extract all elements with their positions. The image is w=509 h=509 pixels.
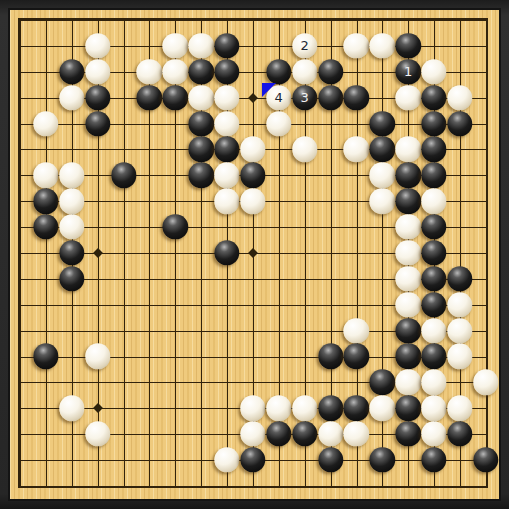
intersection-1-14[interactable]: [33, 369, 59, 395]
intersection-10-12[interactable]: [266, 318, 292, 344]
intersection-3-14[interactable]: [85, 369, 111, 395]
intersection-1-18[interactable]: [33, 473, 59, 499]
intersection-4-2[interactable]: [111, 59, 137, 85]
intersection-16-14[interactable]: [421, 369, 447, 395]
intersection-18-10[interactable]: [473, 266, 499, 292]
intersection-9-15[interactable]: [240, 395, 266, 421]
intersection-14-11[interactable]: [369, 292, 395, 318]
intersection-0-18[interactable]: [7, 473, 33, 499]
intersection-0-7[interactable]: [7, 188, 33, 214]
intersection-4-17[interactable]: [111, 447, 137, 473]
intersection-13-6[interactable]: [343, 162, 369, 188]
intersection-0-1[interactable]: [7, 33, 33, 59]
intersection-8-18[interactable]: [214, 473, 240, 499]
intersection-11-11[interactable]: [292, 292, 318, 318]
intersection-0-16[interactable]: [7, 421, 33, 447]
intersection-12-4[interactable]: [318, 111, 344, 137]
intersection-17-7[interactable]: [447, 188, 473, 214]
intersection-9-5[interactable]: [240, 136, 266, 162]
intersection-14-2[interactable]: [369, 59, 395, 85]
intersection-6-18[interactable]: [162, 473, 188, 499]
intersection-5-0[interactable]: [136, 7, 162, 33]
intersection-14-4[interactable]: [369, 111, 395, 137]
intersection-16-13[interactable]: [421, 343, 447, 369]
intersection-11-1[interactable]: 2: [292, 33, 318, 59]
intersection-5-5[interactable]: [136, 136, 162, 162]
intersection-7-5[interactable]: [188, 136, 214, 162]
intersection-3-17[interactable]: [85, 447, 111, 473]
intersection-7-16[interactable]: [188, 421, 214, 447]
intersection-0-10[interactable]: [7, 266, 33, 292]
intersection-4-12[interactable]: [111, 318, 137, 344]
intersection-10-17[interactable]: [266, 447, 292, 473]
intersection-14-10[interactable]: [369, 266, 395, 292]
intersection-4-15[interactable]: [111, 395, 137, 421]
intersection-5-17[interactable]: [136, 447, 162, 473]
intersection-18-17[interactable]: [473, 447, 499, 473]
intersection-6-5[interactable]: [162, 136, 188, 162]
intersection-11-16[interactable]: [292, 421, 318, 447]
intersection-6-0[interactable]: [162, 7, 188, 33]
intersection-8-3[interactable]: [214, 85, 240, 111]
intersection-7-15[interactable]: [188, 395, 214, 421]
intersection-16-11[interactable]: [421, 292, 447, 318]
intersection-8-9[interactable]: [214, 240, 240, 266]
intersection-5-11[interactable]: [136, 292, 162, 318]
intersection-8-1[interactable]: [214, 33, 240, 59]
intersection-9-0[interactable]: [240, 7, 266, 33]
intersection-8-4[interactable]: [214, 111, 240, 137]
intersection-4-13[interactable]: [111, 343, 137, 369]
intersection-15-3[interactable]: [395, 85, 421, 111]
board-grid[interactable]: 2143: [7, 7, 499, 499]
intersection-6-3[interactable]: [162, 85, 188, 111]
intersection-6-9[interactable]: [162, 240, 188, 266]
intersection-2-4[interactable]: [59, 111, 85, 137]
intersection-4-3[interactable]: [111, 85, 137, 111]
intersection-17-2[interactable]: [447, 59, 473, 85]
intersection-7-6[interactable]: [188, 162, 214, 188]
intersection-14-17[interactable]: [369, 447, 395, 473]
intersection-12-0[interactable]: [318, 7, 344, 33]
intersection-8-2[interactable]: [214, 59, 240, 85]
intersection-1-2[interactable]: [33, 59, 59, 85]
intersection-10-1[interactable]: [266, 33, 292, 59]
intersection-9-12[interactable]: [240, 318, 266, 344]
intersection-12-5[interactable]: [318, 136, 344, 162]
intersection-3-2[interactable]: [85, 59, 111, 85]
intersection-15-4[interactable]: [395, 111, 421, 137]
intersection-5-15[interactable]: [136, 395, 162, 421]
intersection-8-11[interactable]: [214, 292, 240, 318]
intersection-7-8[interactable]: [188, 214, 214, 240]
intersection-1-3[interactable]: [33, 85, 59, 111]
intersection-12-15[interactable]: [318, 395, 344, 421]
intersection-9-1[interactable]: [240, 33, 266, 59]
intersection-12-17[interactable]: [318, 447, 344, 473]
intersection-7-1[interactable]: [188, 33, 214, 59]
intersection-17-14[interactable]: [447, 369, 473, 395]
intersection-2-12[interactable]: [59, 318, 85, 344]
intersection-13-9[interactable]: [343, 240, 369, 266]
intersection-3-0[interactable]: [85, 7, 111, 33]
intersection-12-14[interactable]: [318, 369, 344, 395]
intersection-6-13[interactable]: [162, 343, 188, 369]
intersection-7-2[interactable]: [188, 59, 214, 85]
intersection-6-16[interactable]: [162, 421, 188, 447]
intersection-11-2[interactable]: [292, 59, 318, 85]
intersection-12-8[interactable]: [318, 214, 344, 240]
intersection-11-6[interactable]: [292, 162, 318, 188]
intersection-0-13[interactable]: [7, 343, 33, 369]
intersection-17-12[interactable]: [447, 318, 473, 344]
intersection-7-3[interactable]: [188, 85, 214, 111]
intersection-17-4[interactable]: [447, 111, 473, 137]
intersection-18-0[interactable]: [473, 7, 499, 33]
intersection-12-12[interactable]: [318, 318, 344, 344]
intersection-0-5[interactable]: [7, 136, 33, 162]
intersection-3-4[interactable]: [85, 111, 111, 137]
intersection-11-4[interactable]: [292, 111, 318, 137]
intersection-18-11[interactable]: [473, 292, 499, 318]
intersection-2-18[interactable]: [59, 473, 85, 499]
intersection-16-1[interactable]: [421, 33, 447, 59]
intersection-6-17[interactable]: [162, 447, 188, 473]
intersection-14-5[interactable]: [369, 136, 395, 162]
intersection-5-2[interactable]: [136, 59, 162, 85]
intersection-13-17[interactable]: [343, 447, 369, 473]
intersection-0-3[interactable]: [7, 85, 33, 111]
intersection-8-0[interactable]: [214, 7, 240, 33]
intersection-7-18[interactable]: [188, 473, 214, 499]
intersection-18-4[interactable]: [473, 111, 499, 137]
intersection-15-1[interactable]: [395, 33, 421, 59]
intersection-8-15[interactable]: [214, 395, 240, 421]
intersection-0-6[interactable]: [7, 162, 33, 188]
intersection-13-3[interactable]: [343, 85, 369, 111]
intersection-12-16[interactable]: [318, 421, 344, 447]
intersection-3-9[interactable]: [85, 240, 111, 266]
intersection-5-10[interactable]: [136, 266, 162, 292]
intersection-13-7[interactable]: [343, 188, 369, 214]
intersection-5-4[interactable]: [136, 111, 162, 137]
intersection-1-5[interactable]: [33, 136, 59, 162]
intersection-6-14[interactable]: [162, 369, 188, 395]
intersection-9-17[interactable]: [240, 447, 266, 473]
intersection-14-14[interactable]: [369, 369, 395, 395]
intersection-10-7[interactable]: [266, 188, 292, 214]
intersection-2-6[interactable]: [59, 162, 85, 188]
intersection-9-18[interactable]: [240, 473, 266, 499]
intersection-14-3[interactable]: [369, 85, 395, 111]
intersection-2-10[interactable]: [59, 266, 85, 292]
intersection-9-2[interactable]: [240, 59, 266, 85]
intersection-18-16[interactable]: [473, 421, 499, 447]
intersection-11-0[interactable]: [292, 7, 318, 33]
intersection-10-2[interactable]: [266, 59, 292, 85]
intersection-18-1[interactable]: [473, 33, 499, 59]
intersection-3-12[interactable]: [85, 318, 111, 344]
intersection-10-6[interactable]: [266, 162, 292, 188]
intersection-14-1[interactable]: [369, 33, 395, 59]
intersection-7-4[interactable]: [188, 111, 214, 137]
intersection-15-8[interactable]: [395, 214, 421, 240]
intersection-2-7[interactable]: [59, 188, 85, 214]
intersection-15-0[interactable]: [395, 7, 421, 33]
intersection-16-18[interactable]: [421, 473, 447, 499]
intersection-1-9[interactable]: [33, 240, 59, 266]
intersection-2-0[interactable]: [59, 7, 85, 33]
intersection-4-18[interactable]: [111, 473, 137, 499]
intersection-13-4[interactable]: [343, 111, 369, 137]
intersection-2-11[interactable]: [59, 292, 85, 318]
intersection-15-17[interactable]: [395, 447, 421, 473]
intersection-0-0[interactable]: [7, 7, 33, 33]
intersection-5-14[interactable]: [136, 369, 162, 395]
intersection-7-17[interactable]: [188, 447, 214, 473]
intersection-2-2[interactable]: [59, 59, 85, 85]
intersection-3-16[interactable]: [85, 421, 111, 447]
intersection-10-0[interactable]: [266, 7, 292, 33]
intersection-6-8[interactable]: [162, 214, 188, 240]
intersection-15-18[interactable]: [395, 473, 421, 499]
intersection-5-8[interactable]: [136, 214, 162, 240]
intersection-13-15[interactable]: [343, 395, 369, 421]
intersection-6-15[interactable]: [162, 395, 188, 421]
intersection-11-14[interactable]: [292, 369, 318, 395]
intersection-9-16[interactable]: [240, 421, 266, 447]
intersection-0-14[interactable]: [7, 369, 33, 395]
intersection-1-17[interactable]: [33, 447, 59, 473]
intersection-6-1[interactable]: [162, 33, 188, 59]
intersection-16-8[interactable]: [421, 214, 447, 240]
intersection-14-0[interactable]: [369, 7, 395, 33]
intersection-9-3[interactable]: [240, 85, 266, 111]
intersection-11-13[interactable]: [292, 343, 318, 369]
intersection-1-15[interactable]: [33, 395, 59, 421]
intersection-17-15[interactable]: [447, 395, 473, 421]
intersection-3-5[interactable]: [85, 136, 111, 162]
intersection-8-14[interactable]: [214, 369, 240, 395]
intersection-1-1[interactable]: [33, 33, 59, 59]
intersection-1-11[interactable]: [33, 292, 59, 318]
intersection-5-7[interactable]: [136, 188, 162, 214]
intersection-15-9[interactable]: [395, 240, 421, 266]
intersection-10-14[interactable]: [266, 369, 292, 395]
intersection-0-4[interactable]: [7, 111, 33, 137]
intersection-16-10[interactable]: [421, 266, 447, 292]
intersection-3-10[interactable]: [85, 266, 111, 292]
intersection-8-13[interactable]: [214, 343, 240, 369]
intersection-6-11[interactable]: [162, 292, 188, 318]
intersection-10-13[interactable]: [266, 343, 292, 369]
intersection-18-15[interactable]: [473, 395, 499, 421]
intersection-3-6[interactable]: [85, 162, 111, 188]
intersection-6-4[interactable]: [162, 111, 188, 137]
intersection-9-4[interactable]: [240, 111, 266, 137]
intersection-14-18[interactable]: [369, 473, 395, 499]
intersection-10-16[interactable]: [266, 421, 292, 447]
intersection-1-13[interactable]: [33, 343, 59, 369]
intersection-17-17[interactable]: [447, 447, 473, 473]
intersection-8-16[interactable]: [214, 421, 240, 447]
intersection-14-7[interactable]: [369, 188, 395, 214]
intersection-10-15[interactable]: [266, 395, 292, 421]
intersection-1-8[interactable]: [33, 214, 59, 240]
intersection-6-2[interactable]: [162, 59, 188, 85]
intersection-14-8[interactable]: [369, 214, 395, 240]
intersection-5-13[interactable]: [136, 343, 162, 369]
intersection-16-0[interactable]: [421, 7, 447, 33]
intersection-16-15[interactable]: [421, 395, 447, 421]
intersection-0-12[interactable]: [7, 318, 33, 344]
intersection-5-18[interactable]: [136, 473, 162, 499]
intersection-18-3[interactable]: [473, 85, 499, 111]
intersection-13-2[interactable]: [343, 59, 369, 85]
intersection-15-13[interactable]: [395, 343, 421, 369]
intersection-11-8[interactable]: [292, 214, 318, 240]
intersection-13-0[interactable]: [343, 7, 369, 33]
intersection-2-16[interactable]: [59, 421, 85, 447]
intersection-15-2[interactable]: 1: [395, 59, 421, 85]
intersection-12-6[interactable]: [318, 162, 344, 188]
intersection-14-6[interactable]: [369, 162, 395, 188]
intersection-16-9[interactable]: [421, 240, 447, 266]
intersection-7-13[interactable]: [188, 343, 214, 369]
intersection-14-9[interactable]: [369, 240, 395, 266]
intersection-4-10[interactable]: [111, 266, 137, 292]
intersection-18-8[interactable]: [473, 214, 499, 240]
intersection-1-10[interactable]: [33, 266, 59, 292]
intersection-13-18[interactable]: [343, 473, 369, 499]
intersection-9-9[interactable]: [240, 240, 266, 266]
intersection-12-2[interactable]: [318, 59, 344, 85]
intersection-3-15[interactable]: [85, 395, 111, 421]
intersection-10-18[interactable]: [266, 473, 292, 499]
intersection-4-8[interactable]: [111, 214, 137, 240]
intersection-9-11[interactable]: [240, 292, 266, 318]
intersection-0-2[interactable]: [7, 59, 33, 85]
intersection-8-12[interactable]: [214, 318, 240, 344]
intersection-13-10[interactable]: [343, 266, 369, 292]
intersection-12-3[interactable]: [318, 85, 344, 111]
intersection-17-5[interactable]: [447, 136, 473, 162]
intersection-13-14[interactable]: [343, 369, 369, 395]
intersection-5-16[interactable]: [136, 421, 162, 447]
intersection-10-4[interactable]: [266, 111, 292, 137]
intersection-18-13[interactable]: [473, 343, 499, 369]
intersection-9-6[interactable]: [240, 162, 266, 188]
intersection-11-15[interactable]: [292, 395, 318, 421]
intersection-12-18[interactable]: [318, 473, 344, 499]
intersection-2-9[interactable]: [59, 240, 85, 266]
intersection-13-1[interactable]: [343, 33, 369, 59]
intersection-16-16[interactable]: [421, 421, 447, 447]
intersection-17-18[interactable]: [447, 473, 473, 499]
intersection-13-11[interactable]: [343, 292, 369, 318]
intersection-6-7[interactable]: [162, 188, 188, 214]
intersection-9-7[interactable]: [240, 188, 266, 214]
intersection-16-2[interactable]: [421, 59, 447, 85]
intersection-9-13[interactable]: [240, 343, 266, 369]
intersection-18-9[interactable]: [473, 240, 499, 266]
intersection-13-12[interactable]: [343, 318, 369, 344]
intersection-2-13[interactable]: [59, 343, 85, 369]
intersection-3-18[interactable]: [85, 473, 111, 499]
intersection-3-7[interactable]: [85, 188, 111, 214]
intersection-4-1[interactable]: [111, 33, 137, 59]
intersection-3-13[interactable]: [85, 343, 111, 369]
intersection-4-9[interactable]: [111, 240, 137, 266]
intersection-18-5[interactable]: [473, 136, 499, 162]
intersection-11-5[interactable]: [292, 136, 318, 162]
intersection-16-3[interactable]: [421, 85, 447, 111]
intersection-6-6[interactable]: [162, 162, 188, 188]
intersection-15-7[interactable]: [395, 188, 421, 214]
intersection-9-10[interactable]: [240, 266, 266, 292]
intersection-8-8[interactable]: [214, 214, 240, 240]
intersection-16-12[interactable]: [421, 318, 447, 344]
intersection-7-12[interactable]: [188, 318, 214, 344]
intersection-12-13[interactable]: [318, 343, 344, 369]
intersection-12-1[interactable]: [318, 33, 344, 59]
intersection-3-3[interactable]: [85, 85, 111, 111]
intersection-4-4[interactable]: [111, 111, 137, 137]
intersection-4-6[interactable]: [111, 162, 137, 188]
intersection-5-6[interactable]: [136, 162, 162, 188]
intersection-17-0[interactable]: [447, 7, 473, 33]
intersection-14-13[interactable]: [369, 343, 395, 369]
intersection-7-14[interactable]: [188, 369, 214, 395]
intersection-16-6[interactable]: [421, 162, 447, 188]
intersection-6-12[interactable]: [162, 318, 188, 344]
intersection-0-8[interactable]: [7, 214, 33, 240]
intersection-18-12[interactable]: [473, 318, 499, 344]
intersection-12-11[interactable]: [318, 292, 344, 318]
intersection-8-5[interactable]: [214, 136, 240, 162]
intersection-2-3[interactable]: [59, 85, 85, 111]
intersection-15-14[interactable]: [395, 369, 421, 395]
intersection-1-12[interactable]: [33, 318, 59, 344]
intersection-18-2[interactable]: [473, 59, 499, 85]
intersection-14-15[interactable]: [369, 395, 395, 421]
intersection-18-14[interactable]: [473, 369, 499, 395]
intersection-11-18[interactable]: [292, 473, 318, 499]
intersection-10-3[interactable]: 4: [266, 85, 292, 111]
intersection-11-7[interactable]: [292, 188, 318, 214]
intersection-13-8[interactable]: [343, 214, 369, 240]
intersection-17-9[interactable]: [447, 240, 473, 266]
intersection-2-17[interactable]: [59, 447, 85, 473]
intersection-7-10[interactable]: [188, 266, 214, 292]
intersection-2-1[interactable]: [59, 33, 85, 59]
intersection-1-7[interactable]: [33, 188, 59, 214]
intersection-15-11[interactable]: [395, 292, 421, 318]
intersection-2-8[interactable]: [59, 214, 85, 240]
intersection-15-6[interactable]: [395, 162, 421, 188]
intersection-12-9[interactable]: [318, 240, 344, 266]
intersection-0-9[interactable]: [7, 240, 33, 266]
intersection-10-11[interactable]: [266, 292, 292, 318]
intersection-2-14[interactable]: [59, 369, 85, 395]
intersection-5-12[interactable]: [136, 318, 162, 344]
intersection-17-16[interactable]: [447, 421, 473, 447]
intersection-5-1[interactable]: [136, 33, 162, 59]
intersection-11-12[interactable]: [292, 318, 318, 344]
intersection-13-13[interactable]: [343, 343, 369, 369]
intersection-10-10[interactable]: [266, 266, 292, 292]
intersection-17-10[interactable]: [447, 266, 473, 292]
